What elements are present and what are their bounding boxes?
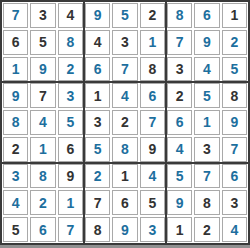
entered-digit: 5 [176,169,184,183]
cell-r3c1[interactable]: 1 [3,57,28,82]
entered-digit: 1 [148,35,156,49]
cell-r3c2[interactable]: 9 [30,57,55,82]
cell-r8c8[interactable]: 8 [194,190,219,215]
cell-r9c2[interactable]: 6 [30,217,55,242]
cell-r6c4[interactable]: 5 [85,137,110,162]
cell-r8c1[interactable]: 4 [3,190,28,215]
entered-digit: 7 [203,169,211,183]
given-digit: 3 [176,62,184,76]
given-digit: 9 [66,169,74,183]
cell-r1c5[interactable]: 5 [112,3,137,28]
entered-digit: 9 [12,89,20,103]
sudoku-app: 7349528616584317921926783459731462588453… [0,0,250,248]
cell-r5c3[interactable]: 5 [58,110,83,135]
entered-digit: 6 [94,62,102,76]
entered-digit: 6 [39,223,47,237]
cell-r5c2[interactable]: 4 [30,110,55,135]
given-digit: 8 [94,223,102,237]
cell-r1c4[interactable]: 9 [85,3,110,28]
cell-r1c7[interactable]: 8 [167,3,192,28]
cell-r7c8[interactable]: 7 [194,164,219,189]
entered-digit: 4 [148,169,156,183]
cell-r4c6[interactable]: 6 [140,83,165,108]
cell-r1c9[interactable]: 1 [222,3,247,28]
cell-r4c5[interactable]: 4 [112,83,137,108]
cell-r2c3[interactable]: 8 [58,30,83,55]
cell-r2c5[interactable]: 3 [112,30,137,55]
given-digit: 4 [66,8,74,22]
cell-r9c9[interactable]: 4 [222,217,247,242]
entered-digit: 9 [203,35,211,49]
entered-digit: 4 [230,223,238,237]
entered-digit: 6 [176,115,184,129]
entered-digit: 2 [39,196,47,210]
entered-digit: 6 [230,169,238,183]
entered-digit: 9 [94,8,102,22]
entered-digit: 9 [176,196,184,210]
given-digit: 8 [203,196,211,210]
given-digit: 3 [203,142,211,156]
sudoku-grid: 7349528616584317921926783459731462588453… [2,2,248,243]
given-digit: 1 [94,89,102,103]
cell-r1c3[interactable]: 4 [58,3,83,28]
entered-digit: 5 [66,115,74,129]
given-digit: 2 [12,142,20,156]
cell-r9c3[interactable]: 7 [58,217,83,242]
entered-digit: 9 [121,223,129,237]
cell-r1c8[interactable]: 6 [194,3,219,28]
cell-r6c1[interactable]: 2 [3,137,28,162]
cell-r4c4[interactable]: 1 [85,83,110,108]
cell-r7c7[interactable]: 5 [167,164,192,189]
given-digit: 5 [12,223,20,237]
cell-r3c6[interactable]: 8 [140,57,165,82]
cell-r4c7[interactable]: 2 [167,83,192,108]
cell-r7c5[interactable]: 1 [112,164,137,189]
cell-r1c6[interactable]: 2 [140,3,165,28]
given-digit: 2 [176,89,184,103]
cell-r2c9[interactable]: 2 [222,30,247,55]
cell-r4c1[interactable]: 9 [3,83,28,108]
cell-r6c8[interactable]: 3 [194,137,219,162]
entered-digit: 4 [176,142,184,156]
cell-r3c3[interactable]: 2 [58,57,83,82]
entered-digit: 5 [230,62,238,76]
cell-r5c1[interactable]: 8 [3,110,28,135]
entered-digit: 8 [66,35,74,49]
given-digit: 7 [39,89,47,103]
cell-r4c2[interactable]: 7 [30,83,55,108]
cell-r5c8[interactable]: 1 [194,110,219,135]
cell-r5c7[interactable]: 6 [167,110,192,135]
entered-digit: 9 [230,115,238,129]
cell-r7c4[interactable]: 2 [85,164,110,189]
entered-digit: 4 [203,62,211,76]
cell-r8c4[interactable]: 7 [85,190,110,215]
cell-r4c8[interactable]: 5 [194,83,219,108]
cell-r8c3[interactable]: 1 [58,190,83,215]
entered-digit: 1 [66,196,74,210]
cell-r7c1[interactable]: 3 [3,164,28,189]
entered-digit: 1 [12,62,20,76]
entered-digit: 6 [148,89,156,103]
entered-digit: 5 [121,8,129,22]
sudoku-board: 7349528616584317921926783459731462588453… [0,0,250,245]
cell-r6c6[interactable]: 9 [140,137,165,162]
cell-r9c7[interactable]: 1 [167,217,192,242]
entered-digit: 8 [12,115,20,129]
given-digit: 6 [66,142,74,156]
given-digit: 5 [39,35,47,49]
cell-r5c9[interactable]: 9 [222,110,247,135]
cell-r4c3[interactable]: 3 [58,83,83,108]
cell-r2c1[interactable]: 6 [3,30,28,55]
cell-r7c6[interactable]: 4 [140,164,165,189]
given-digit: 9 [148,142,156,156]
given-digit: 5 [148,196,156,210]
entered-digit: 4 [39,115,47,129]
cell-r7c9[interactable]: 6 [222,164,247,189]
entered-digit: 2 [66,62,74,76]
cell-r2c4[interactable]: 4 [85,30,110,55]
cell-r6c7[interactable]: 4 [167,137,192,162]
cell-r9c6[interactable]: 3 [140,217,165,242]
cell-r3c8[interactable]: 4 [194,57,219,82]
cell-r8c6[interactable]: 5 [140,190,165,215]
entered-digit: 4 [121,89,129,103]
given-digit: 2 [203,223,211,237]
cell-r2c6[interactable]: 1 [140,30,165,55]
cell-r5c4[interactable]: 3 [85,110,110,135]
entered-digit: 7 [66,223,74,237]
given-digit: 1 [230,8,238,22]
cell-r9c8[interactable]: 2 [194,217,219,242]
entered-digit: 2 [94,169,102,183]
entered-digit: 6 [203,8,211,22]
cell-r5c5[interactable]: 2 [112,110,137,135]
cell-r9c5[interactable]: 9 [112,217,137,242]
cell-r8c7[interactable]: 9 [167,190,192,215]
given-digit: 8 [148,62,156,76]
entered-digit: 3 [148,223,156,237]
cell-r1c2[interactable]: 3 [30,3,55,28]
given-digit: 1 [121,169,129,183]
entered-digit: 7 [12,8,20,22]
entered-digit: 5 [94,142,102,156]
cell-r3c5[interactable]: 7 [112,57,137,82]
given-digit: 3 [121,35,129,49]
cell-r2c8[interactable]: 9 [194,30,219,55]
entered-digit: 7 [148,115,156,129]
entered-digit: 4 [12,196,20,210]
cell-r8c5[interactable]: 6 [112,190,137,215]
given-digit: 2 [148,8,156,22]
cell-r2c2[interactable]: 5 [30,30,55,55]
given-digit: 6 [121,196,129,210]
cell-r2c7[interactable]: 7 [167,30,192,55]
cell-r6c5[interactable]: 8 [112,137,137,162]
cell-r3c4[interactable]: 6 [85,57,110,82]
entered-digit: 8 [121,142,129,156]
given-digit: 2 [121,115,129,129]
entered-digit: 7 [121,62,129,76]
cell-r4c9[interactable]: 8 [222,83,247,108]
cell-r1c1[interactable]: 7 [3,3,28,28]
given-digit: 1 [176,223,184,237]
given-digit: 3 [230,196,238,210]
entered-digit: 3 [12,169,20,183]
cell-r6c9[interactable]: 7 [222,137,247,162]
given-digit: 3 [39,8,47,22]
entered-digit: 8 [39,169,47,183]
entered-digit: 7 [230,142,238,156]
given-digit: 6 [12,35,20,49]
cell-r9c4[interactable]: 8 [85,217,110,242]
cell-r7c2[interactable]: 8 [30,164,55,189]
cell-r7c3[interactable]: 9 [58,164,83,189]
entered-digit: 1 [39,142,47,156]
entered-digit: 5 [203,89,211,103]
entered-digit: 1 [203,115,211,129]
entered-digit: 7 [176,35,184,49]
cell-r5c6[interactable]: 7 [140,110,165,135]
entered-digit: 3 [66,89,74,103]
cell-r9c1[interactable]: 5 [3,217,28,242]
given-digit: 4 [94,35,102,49]
given-digit: 3 [94,115,102,129]
cell-r3c7[interactable]: 3 [167,57,192,82]
cell-r8c2[interactable]: 2 [30,190,55,215]
cell-r3c9[interactable]: 5 [222,57,247,82]
cell-r6c3[interactable]: 6 [58,137,83,162]
given-digit: 8 [230,89,238,103]
entered-digit: 8 [176,8,184,22]
entered-digit: 9 [39,62,47,76]
cell-r6c2[interactable]: 1 [30,137,55,162]
entered-digit: 2 [230,35,238,49]
given-digit: 7 [94,196,102,210]
cell-r8c9[interactable]: 3 [222,190,247,215]
